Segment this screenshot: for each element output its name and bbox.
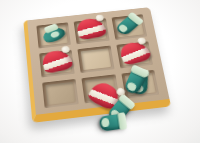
photo-background — [0, 0, 200, 143]
cell-r1c2[interactable] — [74, 18, 109, 44]
red-santa-hat-piece-r2c1[interactable] — [40, 48, 73, 74]
cell-r3c1[interactable] — [42, 79, 79, 108]
teal-stocking-piece-r1c3[interactable] — [113, 12, 144, 38]
cell-r2c1[interactable] — [39, 50, 75, 78]
cell-r1c3[interactable] — [111, 14, 147, 40]
teal-mitten-piece-r1c1[interactable] — [39, 21, 68, 45]
pom-icon — [95, 14, 104, 21]
board-top-face — [23, 7, 171, 123]
cell-r2c2[interactable] — [78, 46, 114, 73]
red-santa-hat-piece-r2c3[interactable] — [118, 39, 153, 66]
cell-r3c2[interactable] — [82, 74, 120, 103]
hat-body — [40, 48, 73, 74]
teal-stocking-piece-offboard-3[interactable] — [98, 112, 128, 133]
hat-body — [118, 39, 153, 66]
tictactoe-board[interactable] — [23, 7, 171, 123]
red-santa-hat-piece-r1c2[interactable] — [75, 17, 107, 41]
cell-r1c1[interactable] — [36, 22, 71, 48]
